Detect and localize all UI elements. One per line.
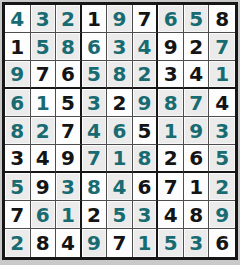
cell-r3c9[interactable]: 1 — [209, 61, 235, 89]
cell-r1c2[interactable]: 3 — [31, 5, 57, 33]
cell-r8c8[interactable]: 8 — [184, 201, 210, 229]
cell-r4c6[interactable]: 9 — [133, 89, 159, 117]
cell-r2c7[interactable]: 9 — [158, 33, 184, 61]
cell-r4c2[interactable]: 1 — [31, 89, 57, 117]
cell-r3c1[interactable]: 9 — [5, 61, 31, 89]
cell-r1c6[interactable]: 7 — [133, 5, 159, 33]
cell-r7c1[interactable]: 5 — [5, 173, 31, 201]
cell-r9c6[interactable]: 1 — [133, 229, 159, 257]
cell-r6c5[interactable]: 1 — [107, 145, 133, 173]
cell-r5c8[interactable]: 9 — [184, 117, 210, 145]
cell-r6c2[interactable]: 4 — [31, 145, 57, 173]
cell-r5c1[interactable]: 8 — [5, 117, 31, 145]
cell-r9c8[interactable]: 3 — [184, 229, 210, 257]
cell-r6c9[interactable]: 5 — [209, 145, 235, 173]
cell-r5c4[interactable]: 4 — [82, 117, 108, 145]
cell-r8c9[interactable]: 9 — [209, 201, 235, 229]
cell-r4c5[interactable]: 2 — [107, 89, 133, 117]
cell-r6c4[interactable]: 7 — [82, 145, 108, 173]
cell-r1c4[interactable]: 1 — [82, 5, 108, 33]
cell-r9c7[interactable]: 5 — [158, 229, 184, 257]
cell-r2c1[interactable]: 1 — [5, 33, 31, 61]
cell-r8c4[interactable]: 2 — [82, 201, 108, 229]
cell-r1c8[interactable]: 5 — [184, 5, 210, 33]
cell-r9c4[interactable]: 9 — [82, 229, 108, 257]
cell-r3c4[interactable]: 5 — [82, 61, 108, 89]
cell-r6c6[interactable]: 8 — [133, 145, 159, 173]
cell-r9c5[interactable]: 7 — [107, 229, 133, 257]
cell-r5c6[interactable]: 5 — [133, 117, 159, 145]
cell-r4c3[interactable]: 5 — [56, 89, 82, 117]
cell-r7c9[interactable]: 2 — [209, 173, 235, 201]
cell-r3c8[interactable]: 4 — [184, 61, 210, 89]
cell-r5c9[interactable]: 3 — [209, 117, 235, 145]
cell-r7c7[interactable]: 7 — [158, 173, 184, 201]
cell-r2c5[interactable]: 3 — [107, 33, 133, 61]
cell-r2c4[interactable]: 6 — [82, 33, 108, 61]
cell-r1c1[interactable]: 4 — [5, 5, 31, 33]
cell-r8c6[interactable]: 3 — [133, 201, 159, 229]
cell-r3c3[interactable]: 6 — [56, 61, 82, 89]
cell-r7c2[interactable]: 9 — [31, 173, 57, 201]
cell-r1c9[interactable]: 8 — [209, 5, 235, 33]
cell-r4c9[interactable]: 4 — [209, 89, 235, 117]
cell-r9c3[interactable]: 4 — [56, 229, 82, 257]
cell-r3c7[interactable]: 3 — [158, 61, 184, 89]
cell-r4c8[interactable]: 7 — [184, 89, 210, 117]
cell-r3c5[interactable]: 8 — [107, 61, 133, 89]
cell-r7c3[interactable]: 3 — [56, 173, 82, 201]
cell-r8c7[interactable]: 4 — [158, 201, 184, 229]
cell-r2c6[interactable]: 4 — [133, 33, 159, 61]
cell-r7c5[interactable]: 4 — [107, 173, 133, 201]
cell-r5c5[interactable]: 6 — [107, 117, 133, 145]
cell-r6c8[interactable]: 6 — [184, 145, 210, 173]
cell-r6c3[interactable]: 9 — [56, 145, 82, 173]
cell-r3c6[interactable]: 2 — [133, 61, 159, 89]
cell-r8c1[interactable]: 7 — [5, 201, 31, 229]
cell-r9c2[interactable]: 8 — [31, 229, 57, 257]
sudoku-board: 4321976581586349279765823416153298748274… — [2, 2, 238, 260]
cell-r4c7[interactable]: 8 — [158, 89, 184, 117]
cell-r1c5[interactable]: 9 — [107, 5, 133, 33]
cell-r9c9[interactable]: 6 — [209, 229, 235, 257]
cell-r4c4[interactable]: 3 — [82, 89, 108, 117]
cell-r5c3[interactable]: 7 — [56, 117, 82, 145]
cell-r7c8[interactable]: 1 — [184, 173, 210, 201]
cell-r7c6[interactable]: 6 — [133, 173, 159, 201]
cell-r1c3[interactable]: 2 — [56, 5, 82, 33]
cell-r2c3[interactable]: 8 — [56, 33, 82, 61]
cell-r9c1[interactable]: 2 — [5, 229, 31, 257]
cell-r6c1[interactable]: 3 — [5, 145, 31, 173]
cell-r5c7[interactable]: 1 — [158, 117, 184, 145]
cell-r2c8[interactable]: 2 — [184, 33, 210, 61]
cell-r2c9[interactable]: 7 — [209, 33, 235, 61]
cell-r8c2[interactable]: 6 — [31, 201, 57, 229]
cell-r7c4[interactable]: 8 — [82, 173, 108, 201]
cell-r3c2[interactable]: 7 — [31, 61, 57, 89]
cell-r1c7[interactable]: 6 — [158, 5, 184, 33]
sudoku-screenshot: { "game": "sudoku", "state": "solved", "… — [0, 0, 240, 265]
cell-r5c2[interactable]: 2 — [31, 117, 57, 145]
cell-r4c1[interactable]: 6 — [5, 89, 31, 117]
cell-r8c5[interactable]: 5 — [107, 201, 133, 229]
cell-r8c3[interactable]: 1 — [56, 201, 82, 229]
cell-r6c7[interactable]: 2 — [158, 145, 184, 173]
cell-r2c2[interactable]: 5 — [31, 33, 57, 61]
